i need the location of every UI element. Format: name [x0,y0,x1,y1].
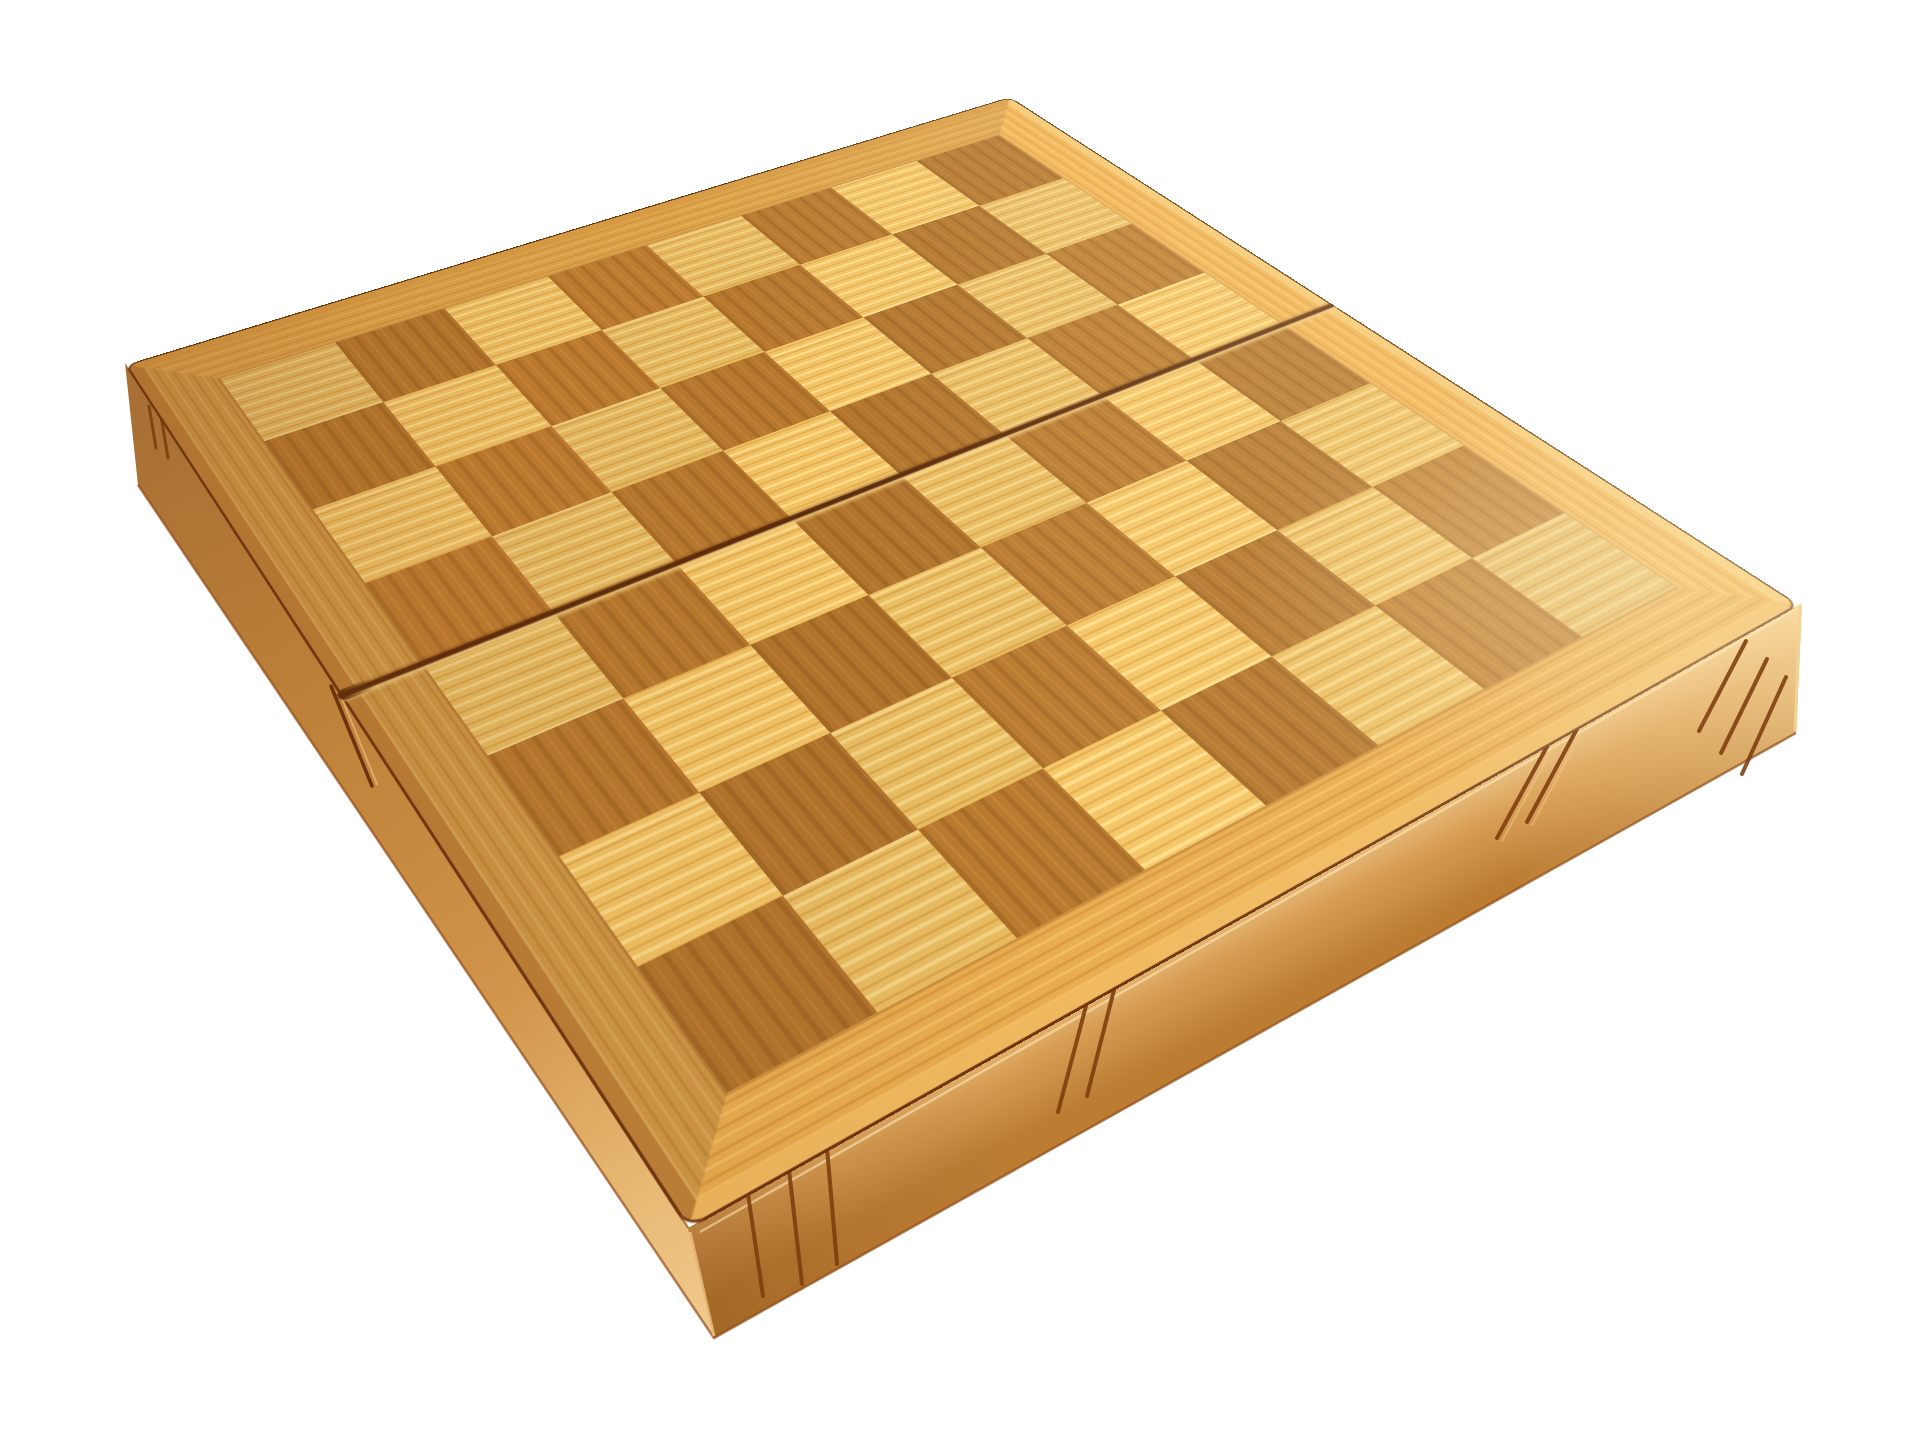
board-photo [0,0,1920,1440]
